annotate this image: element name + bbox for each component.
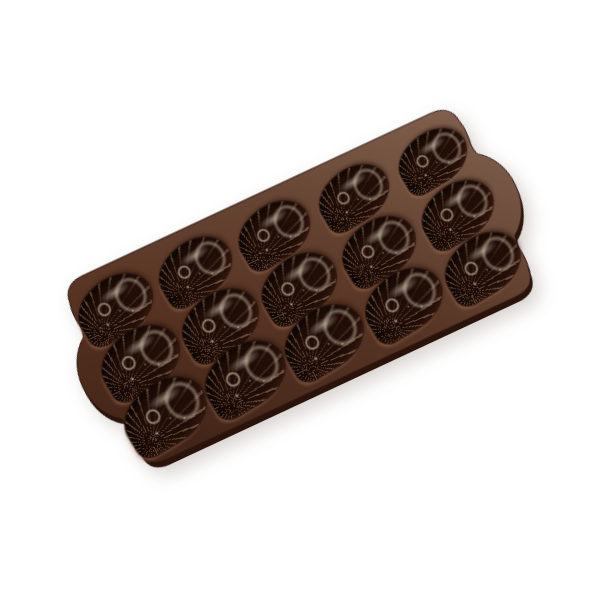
chocolate-mold	[26, 80, 575, 496]
product-photo-canvas	[0, 0, 600, 600]
cavity-grid	[26, 80, 575, 496]
